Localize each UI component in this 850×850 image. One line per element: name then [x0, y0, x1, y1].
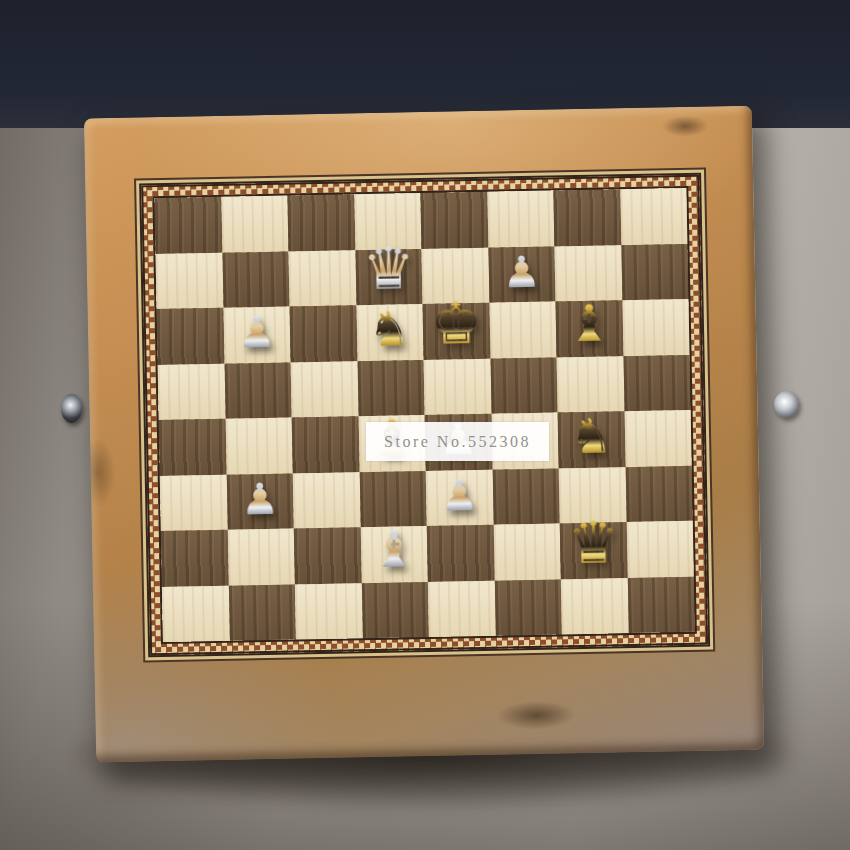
gold-bishop[interactable]: ♝	[566, 298, 612, 349]
square-g1	[561, 578, 629, 635]
square-c3	[293, 472, 361, 529]
square-h8	[620, 188, 688, 245]
square-c6	[290, 305, 358, 362]
silver-bishop[interactable]: ♝	[371, 524, 417, 575]
square-f2	[493, 523, 561, 580]
square-c2	[294, 527, 362, 584]
store-watermark: Store No.552308	[366, 422, 549, 461]
silver-pawn[interactable]: ♟	[237, 311, 276, 355]
square-f8	[487, 190, 555, 247]
square-c1	[295, 583, 363, 640]
square-a4	[159, 419, 227, 476]
square-a3	[160, 474, 228, 531]
square-f7: ♟	[488, 246, 556, 303]
silver-pawn[interactable]: ♟	[502, 250, 541, 294]
square-g5	[557, 356, 625, 413]
square-h7	[621, 243, 689, 300]
scene: ♛♟♟♞♚♝♝♟♞♟♟♝♛ Store No.552308	[0, 0, 850, 850]
square-g7	[554, 245, 622, 302]
gold-queen[interactable]: ♛	[567, 513, 620, 572]
square-f5	[490, 357, 558, 414]
square-e6: ♚	[423, 303, 491, 360]
square-d2: ♝	[360, 526, 428, 583]
square-b4	[225, 418, 293, 475]
gold-king[interactable]: ♚	[430, 294, 483, 353]
square-g6: ♝	[555, 300, 623, 357]
square-f3	[492, 468, 560, 525]
square-h1	[627, 576, 695, 633]
square-d7: ♛	[355, 249, 423, 306]
square-c7	[288, 250, 356, 307]
square-b3: ♟	[226, 473, 294, 530]
mosaic-inlay-border: ♛♟♟♞♚♝♝♟♞♟♟♝♛	[141, 175, 708, 656]
square-a2	[161, 530, 229, 587]
square-h5	[623, 354, 691, 411]
square-a6	[157, 308, 225, 365]
silver-queen[interactable]: ♛	[362, 239, 415, 298]
square-h2	[626, 521, 694, 578]
square-d6: ♞	[356, 304, 424, 361]
square-e3: ♟	[426, 469, 494, 526]
gold-knight[interactable]: ♞	[368, 304, 412, 353]
watermark-text: Store No.552308	[384, 433, 531, 451]
square-f1	[494, 579, 562, 636]
square-a1	[162, 585, 230, 642]
square-g2: ♛	[560, 522, 628, 579]
left-side-knob	[61, 394, 82, 423]
gold-knight[interactable]: ♞	[569, 411, 613, 460]
square-g8	[553, 189, 621, 246]
square-h6	[622, 299, 690, 356]
square-b2	[227, 529, 295, 586]
square-d1	[361, 581, 429, 638]
square-b8	[221, 196, 289, 253]
square-a7	[155, 252, 223, 309]
square-e5	[424, 358, 492, 415]
square-b7	[222, 251, 290, 308]
square-b6: ♟	[223, 307, 291, 364]
square-e2	[427, 525, 495, 582]
square-d3	[359, 470, 427, 527]
square-g4: ♞	[558, 411, 626, 468]
square-c8	[287, 194, 355, 251]
square-a8	[154, 197, 222, 254]
square-d5	[357, 359, 425, 416]
square-a5	[158, 363, 226, 420]
silver-pawn[interactable]: ♟	[240, 478, 279, 522]
square-e1	[428, 580, 496, 637]
silver-pawn[interactable]: ♟	[440, 474, 479, 518]
square-h3	[625, 465, 693, 522]
square-c5	[291, 361, 359, 418]
square-c4	[292, 416, 360, 473]
square-b5	[224, 362, 292, 419]
square-e8	[420, 192, 488, 249]
board-grid: ♛♟♟♞♚♝♝♟♞♟♟♝♛	[154, 188, 694, 642]
square-h4	[624, 410, 692, 467]
square-f6	[489, 301, 557, 358]
right-side-knob	[774, 391, 799, 418]
square-b1	[228, 584, 296, 641]
